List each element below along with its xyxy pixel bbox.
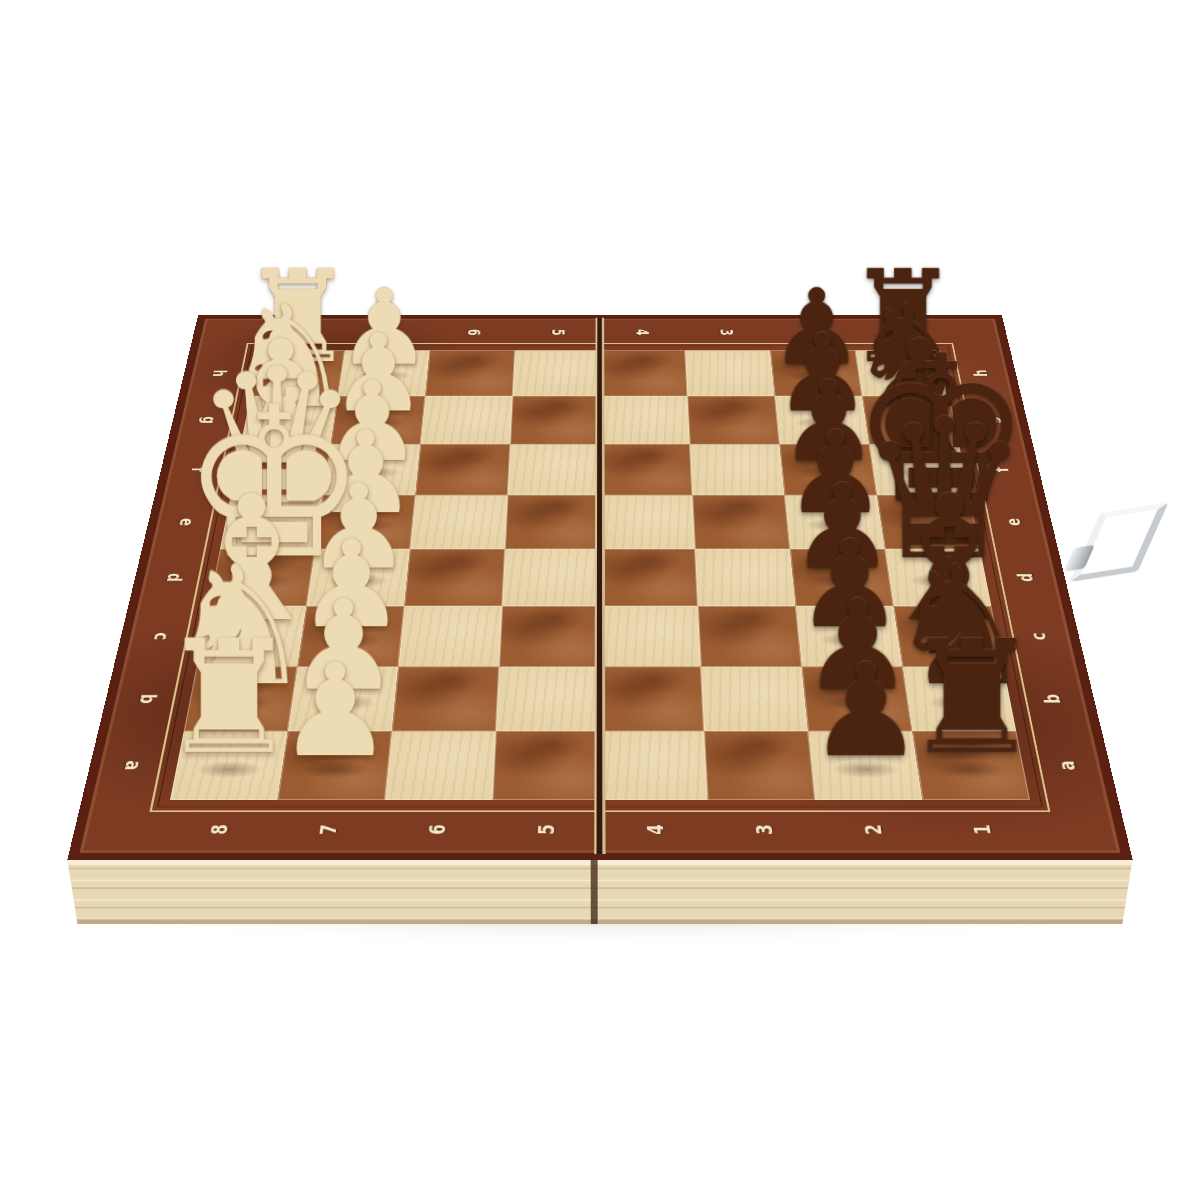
clasp-loop-icon — [1069, 502, 1168, 582]
white-pawn-a7[interactable]: ♟ — [245, 650, 424, 772]
square-f4[interactable] — [600, 444, 692, 495]
pine-case-side — [67, 860, 1132, 924]
square-a4[interactable] — [600, 731, 707, 800]
square-g4[interactable] — [600, 396, 690, 444]
rank-label-front-4: 4 — [641, 824, 669, 835]
rank-label-front-5: 5 — [532, 824, 560, 835]
rank-label-back-1: 1 — [884, 329, 906, 335]
square-b5[interactable] — [496, 667, 600, 731]
metal-clasp — [1053, 483, 1172, 609]
rank-label-back-8: 8 — [294, 329, 316, 335]
rank-label-front-6: 6 — [422, 824, 450, 835]
rank-label-front-8: 8 — [204, 824, 233, 835]
rank-label-back-5: 5 — [547, 329, 568, 335]
square-c4[interactable] — [600, 606, 701, 667]
square-d5[interactable] — [502, 549, 600, 606]
square-e5[interactable] — [505, 495, 600, 549]
board-squares: ♜♟♟♜♞♟♟♞♝♟♟♝♛♟♟♚♚♟♟♛♝♟♟♝♞♟♟♞♜♟♟♜ — [170, 350, 1030, 800]
rank-label-back-3: 3 — [715, 329, 737, 335]
perspective-stage: ♜♟♟♜♞♟♟♞♝♟♟♝♛♟♟♚♚♟♟♛♝♟♟♝♞♟♟♞♜♟♟♜ 8877665… — [0, 0, 1200, 1200]
rank-label-front-3: 3 — [749, 824, 777, 835]
product-photo-scene: ♜♟♟♜♞♟♟♞♝♟♟♝♛♟♟♚♚♟♟♛♝♟♟♝♞♟♟♞♜♟♟♜ 8877665… — [0, 0, 1200, 1200]
square-e4[interactable] — [600, 495, 695, 549]
rank-label-back-6: 6 — [463, 329, 485, 335]
rank-label-front-2: 2 — [858, 824, 887, 835]
square-a5[interactable] — [493, 731, 600, 800]
square-c5[interactable] — [499, 606, 600, 667]
square-b4[interactable] — [600, 667, 704, 731]
file-label-right-h: h — [969, 369, 992, 376]
square-a7[interactable]: ♟ — [278, 731, 392, 800]
square-h4[interactable] — [600, 350, 687, 396]
chess-board: ♜♟♟♜♞♟♟♞♝♟♟♝♛♟♟♚♚♟♟♛♝♟♟♝♞♟♟♞♜♟♟♜ 8877665… — [67, 315, 1132, 860]
rank-label-back-7: 7 — [378, 329, 400, 335]
rank-label-back-2: 2 — [799, 329, 821, 335]
square-f5[interactable] — [508, 444, 600, 495]
square-h5[interactable] — [513, 350, 600, 396]
rank-label-back-4: 4 — [631, 329, 652, 335]
rank-label-front-1: 1 — [967, 824, 996, 835]
rank-label-front-7: 7 — [313, 824, 342, 835]
square-a2[interactable]: ♟ — [808, 731, 922, 800]
square-d4[interactable] — [600, 549, 698, 606]
square-g5[interactable] — [510, 396, 600, 444]
black-pawn-a2[interactable]: ♟ — [776, 650, 955, 772]
